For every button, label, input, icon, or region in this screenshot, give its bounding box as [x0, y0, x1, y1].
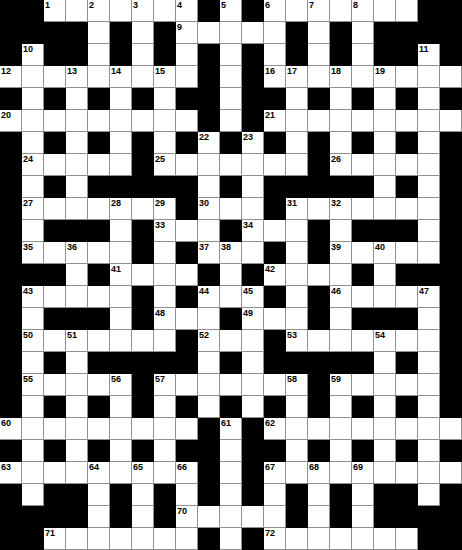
white-cell[interactable] [198, 154, 220, 176]
white-cell[interactable] [308, 264, 330, 286]
white-cell[interactable] [88, 330, 110, 352]
white-cell[interactable] [88, 66, 110, 88]
white-cell[interactable] [308, 330, 330, 352]
white-cell[interactable] [330, 440, 352, 462]
white-cell[interactable]: 66 [176, 462, 198, 484]
white-cell[interactable] [352, 66, 374, 88]
white-cell[interactable] [396, 110, 418, 132]
white-cell[interactable] [110, 396, 132, 418]
white-cell[interactable] [308, 418, 330, 440]
white-cell[interactable] [66, 528, 88, 550]
white-cell[interactable] [242, 374, 264, 396]
white-cell[interactable] [352, 528, 374, 550]
white-cell[interactable] [418, 462, 440, 484]
white-cell[interactable] [330, 132, 352, 154]
white-cell[interactable] [110, 440, 132, 462]
white-cell[interactable] [22, 110, 44, 132]
white-cell[interactable] [110, 528, 132, 550]
white-cell[interactable] [132, 418, 154, 440]
white-cell[interactable] [88, 506, 110, 528]
white-cell[interactable] [110, 286, 132, 308]
white-cell[interactable]: 13 [66, 66, 88, 88]
white-cell[interactable]: 22 [198, 132, 220, 154]
white-cell[interactable] [66, 374, 88, 396]
white-cell[interactable] [132, 198, 154, 220]
white-cell[interactable] [88, 286, 110, 308]
white-cell[interactable] [330, 0, 352, 22]
white-cell[interactable] [198, 220, 220, 242]
white-cell[interactable] [88, 22, 110, 44]
white-cell[interactable] [66, 264, 88, 286]
white-cell[interactable] [286, 264, 308, 286]
white-cell[interactable] [374, 154, 396, 176]
white-cell[interactable] [418, 66, 440, 88]
white-cell[interactable] [88, 110, 110, 132]
white-cell[interactable] [154, 440, 176, 462]
white-cell[interactable] [374, 286, 396, 308]
white-cell[interactable]: 18 [330, 66, 352, 88]
white-cell[interactable] [264, 374, 286, 396]
white-cell[interactable] [88, 154, 110, 176]
white-cell[interactable] [44, 66, 66, 88]
white-cell[interactable] [418, 220, 440, 242]
white-cell[interactable] [286, 396, 308, 418]
white-cell[interactable] [110, 220, 132, 242]
white-cell[interactable] [176, 110, 198, 132]
white-cell[interactable] [418, 374, 440, 396]
white-cell[interactable] [308, 66, 330, 88]
white-cell[interactable] [220, 88, 242, 110]
white-cell[interactable]: 72 [264, 528, 286, 550]
white-cell[interactable] [198, 22, 220, 44]
white-cell[interactable] [374, 198, 396, 220]
white-cell[interactable] [264, 44, 286, 66]
white-cell[interactable] [220, 66, 242, 88]
white-cell[interactable] [374, 176, 396, 198]
white-cell[interactable] [286, 0, 308, 22]
white-cell[interactable] [66, 286, 88, 308]
white-cell[interactable]: 3 [132, 0, 154, 22]
white-cell[interactable] [110, 0, 132, 22]
white-cell[interactable] [22, 440, 44, 462]
white-cell[interactable]: 51 [66, 330, 88, 352]
white-cell[interactable]: 67 [264, 462, 286, 484]
white-cell[interactable] [220, 330, 242, 352]
white-cell[interactable] [22, 308, 44, 330]
white-cell[interactable] [176, 154, 198, 176]
white-cell[interactable] [198, 396, 220, 418]
white-cell[interactable] [396, 0, 418, 22]
white-cell[interactable] [418, 330, 440, 352]
white-cell[interactable] [44, 286, 66, 308]
white-cell[interactable] [88, 44, 110, 66]
white-cell[interactable] [286, 220, 308, 242]
white-cell[interactable] [66, 440, 88, 462]
white-cell[interactable] [374, 264, 396, 286]
white-cell[interactable] [66, 154, 88, 176]
white-cell[interactable] [352, 286, 374, 308]
white-cell[interactable]: 31 [286, 198, 308, 220]
white-cell[interactable]: 19 [374, 66, 396, 88]
white-cell[interactable] [396, 198, 418, 220]
white-cell[interactable]: 26 [330, 154, 352, 176]
white-cell[interactable] [66, 352, 88, 374]
white-cell[interactable] [110, 418, 132, 440]
white-cell[interactable]: 44 [198, 286, 220, 308]
white-cell[interactable] [198, 308, 220, 330]
white-cell[interactable]: 1 [44, 0, 66, 22]
white-cell[interactable]: 56 [110, 374, 132, 396]
white-cell[interactable] [242, 22, 264, 44]
white-cell[interactable] [286, 286, 308, 308]
white-cell[interactable]: 27 [22, 198, 44, 220]
white-cell[interactable] [66, 198, 88, 220]
white-cell[interactable] [440, 418, 462, 440]
white-cell[interactable]: 57 [154, 374, 176, 396]
white-cell[interactable] [286, 242, 308, 264]
white-cell[interactable] [110, 330, 132, 352]
white-cell[interactable] [396, 154, 418, 176]
white-cell[interactable] [220, 264, 242, 286]
white-cell[interactable] [198, 176, 220, 198]
white-cell[interactable]: 58 [286, 374, 308, 396]
white-cell[interactable] [418, 308, 440, 330]
white-cell[interactable] [176, 418, 198, 440]
white-cell[interactable] [330, 220, 352, 242]
white-cell[interactable]: 34 [242, 220, 264, 242]
white-cell[interactable] [352, 44, 374, 66]
white-cell[interactable] [110, 242, 132, 264]
white-cell[interactable] [66, 0, 88, 22]
white-cell[interactable] [154, 110, 176, 132]
white-cell[interactable] [352, 506, 374, 528]
white-cell[interactable]: 20 [0, 110, 22, 132]
white-cell[interactable]: 53 [286, 330, 308, 352]
white-cell[interactable] [374, 396, 396, 418]
white-cell[interactable] [176, 308, 198, 330]
white-cell[interactable] [66, 418, 88, 440]
white-cell[interactable] [352, 242, 374, 264]
white-cell[interactable] [330, 462, 352, 484]
white-cell[interactable] [308, 528, 330, 550]
white-cell[interactable] [220, 44, 242, 66]
white-cell[interactable] [176, 484, 198, 506]
white-cell[interactable]: 25 [154, 154, 176, 176]
white-cell[interactable] [110, 132, 132, 154]
white-cell[interactable] [242, 176, 264, 198]
white-cell[interactable] [88, 374, 110, 396]
white-cell[interactable] [352, 154, 374, 176]
white-cell[interactable] [330, 418, 352, 440]
white-cell[interactable] [66, 396, 88, 418]
white-cell[interactable] [220, 286, 242, 308]
white-cell[interactable] [154, 242, 176, 264]
white-cell[interactable] [374, 0, 396, 22]
white-cell[interactable] [88, 528, 110, 550]
white-cell[interactable] [154, 0, 176, 22]
white-cell[interactable] [88, 198, 110, 220]
white-cell[interactable]: 16 [264, 66, 286, 88]
white-cell[interactable] [154, 462, 176, 484]
white-cell[interactable] [374, 462, 396, 484]
white-cell[interactable] [132, 264, 154, 286]
white-cell[interactable] [44, 242, 66, 264]
white-cell[interactable]: 50 [22, 330, 44, 352]
white-cell[interactable] [220, 22, 242, 44]
white-cell[interactable] [154, 396, 176, 418]
white-cell[interactable]: 38 [220, 242, 242, 264]
white-cell[interactable] [198, 352, 220, 374]
white-cell[interactable] [418, 176, 440, 198]
white-cell[interactable] [396, 462, 418, 484]
white-cell[interactable]: 68 [308, 462, 330, 484]
white-cell[interactable] [352, 198, 374, 220]
white-cell[interactable] [330, 88, 352, 110]
white-cell[interactable]: 47 [418, 286, 440, 308]
white-cell[interactable]: 71 [44, 528, 66, 550]
white-cell[interactable] [308, 110, 330, 132]
white-cell[interactable] [330, 110, 352, 132]
white-cell[interactable] [440, 110, 462, 132]
white-cell[interactable] [308, 22, 330, 44]
white-cell[interactable]: 64 [88, 462, 110, 484]
white-cell[interactable] [418, 484, 440, 506]
white-cell[interactable] [110, 110, 132, 132]
white-cell[interactable] [440, 66, 462, 88]
white-cell[interactable]: 40 [374, 242, 396, 264]
white-cell[interactable]: 17 [286, 66, 308, 88]
white-cell[interactable]: 10 [22, 44, 44, 66]
white-cell[interactable] [242, 396, 264, 418]
white-cell[interactable] [88, 484, 110, 506]
white-cell[interactable] [396, 242, 418, 264]
white-cell[interactable] [132, 110, 154, 132]
white-cell[interactable]: 48 [154, 308, 176, 330]
white-cell[interactable]: 63 [0, 462, 22, 484]
white-cell[interactable] [418, 418, 440, 440]
white-cell[interactable]: 60 [0, 418, 22, 440]
white-cell[interactable]: 21 [264, 110, 286, 132]
white-cell[interactable] [308, 198, 330, 220]
white-cell[interactable]: 5 [220, 0, 242, 22]
white-cell[interactable] [374, 418, 396, 440]
white-cell[interactable] [154, 418, 176, 440]
white-cell[interactable] [396, 286, 418, 308]
white-cell[interactable]: 28 [110, 198, 132, 220]
white-cell[interactable] [418, 242, 440, 264]
white-cell[interactable]: 62 [264, 418, 286, 440]
white-cell[interactable]: 69 [352, 462, 374, 484]
white-cell[interactable] [110, 462, 132, 484]
white-cell[interactable] [44, 330, 66, 352]
white-cell[interactable] [264, 506, 286, 528]
white-cell[interactable] [220, 462, 242, 484]
white-cell[interactable]: 55 [22, 374, 44, 396]
white-cell[interactable] [66, 88, 88, 110]
white-cell[interactable] [418, 154, 440, 176]
white-cell[interactable] [264, 308, 286, 330]
white-cell[interactable] [286, 154, 308, 176]
white-cell[interactable] [176, 220, 198, 242]
white-cell[interactable] [286, 308, 308, 330]
white-cell[interactable] [220, 440, 242, 462]
white-cell[interactable] [286, 110, 308, 132]
white-cell[interactable] [418, 198, 440, 220]
white-cell[interactable]: 65 [132, 462, 154, 484]
white-cell[interactable]: 37 [198, 242, 220, 264]
white-cell[interactable] [154, 330, 176, 352]
white-cell[interactable] [132, 22, 154, 44]
white-cell[interactable] [220, 154, 242, 176]
white-cell[interactable] [22, 176, 44, 198]
white-cell[interactable] [330, 264, 352, 286]
white-cell[interactable]: 8 [352, 0, 374, 22]
white-cell[interactable] [154, 264, 176, 286]
white-cell[interactable] [220, 374, 242, 396]
white-cell[interactable]: 59 [330, 374, 352, 396]
white-cell[interactable] [440, 462, 462, 484]
white-cell[interactable] [352, 484, 374, 506]
white-cell[interactable] [330, 330, 352, 352]
white-cell[interactable] [242, 242, 264, 264]
white-cell[interactable] [220, 506, 242, 528]
white-cell[interactable] [418, 396, 440, 418]
white-cell[interactable]: 24 [22, 154, 44, 176]
white-cell[interactable] [330, 308, 352, 330]
white-cell[interactable] [198, 374, 220, 396]
white-cell[interactable] [220, 110, 242, 132]
white-cell[interactable] [264, 484, 286, 506]
white-cell[interactable] [66, 132, 88, 154]
white-cell[interactable] [418, 440, 440, 462]
white-cell[interactable]: 14 [110, 66, 132, 88]
white-cell[interactable] [22, 352, 44, 374]
white-cell[interactable] [396, 66, 418, 88]
white-cell[interactable] [110, 88, 132, 110]
white-cell[interactable] [264, 22, 286, 44]
white-cell[interactable]: 43 [22, 286, 44, 308]
white-cell[interactable]: 2 [88, 0, 110, 22]
white-cell[interactable]: 15 [154, 66, 176, 88]
white-cell[interactable] [374, 440, 396, 462]
white-cell[interactable]: 46 [330, 286, 352, 308]
white-cell[interactable]: 70 [176, 506, 198, 528]
white-cell[interactable] [286, 88, 308, 110]
white-cell[interactable]: 12 [0, 66, 22, 88]
white-cell[interactable] [22, 88, 44, 110]
white-cell[interactable] [44, 198, 66, 220]
white-cell[interactable]: 45 [242, 286, 264, 308]
white-cell[interactable] [22, 66, 44, 88]
white-cell[interactable] [22, 396, 44, 418]
white-cell[interactable] [374, 352, 396, 374]
white-cell[interactable] [22, 484, 44, 506]
white-cell[interactable] [352, 374, 374, 396]
white-cell[interactable] [418, 88, 440, 110]
white-cell[interactable] [242, 352, 264, 374]
white-cell[interactable] [176, 528, 198, 550]
white-cell[interactable]: 9 [176, 22, 198, 44]
white-cell[interactable] [44, 462, 66, 484]
white-cell[interactable] [22, 418, 44, 440]
white-cell[interactable] [154, 286, 176, 308]
white-cell[interactable] [132, 330, 154, 352]
white-cell[interactable]: 4 [176, 0, 198, 22]
white-cell[interactable] [396, 374, 418, 396]
white-cell[interactable] [286, 462, 308, 484]
white-cell[interactable] [242, 506, 264, 528]
white-cell[interactable]: 32 [330, 198, 352, 220]
white-cell[interactable] [374, 110, 396, 132]
white-cell[interactable] [396, 528, 418, 550]
white-cell[interactable] [132, 506, 154, 528]
white-cell[interactable] [110, 154, 132, 176]
white-cell[interactable] [176, 374, 198, 396]
white-cell[interactable] [286, 132, 308, 154]
white-cell[interactable] [220, 528, 242, 550]
white-cell[interactable] [418, 132, 440, 154]
white-cell[interactable] [132, 484, 154, 506]
white-cell[interactable]: 11 [418, 44, 440, 66]
white-cell[interactable] [308, 44, 330, 66]
white-cell[interactable] [132, 66, 154, 88]
white-cell[interactable] [352, 22, 374, 44]
white-cell[interactable] [66, 176, 88, 198]
white-cell[interactable]: 7 [308, 0, 330, 22]
white-cell[interactable]: 49 [242, 308, 264, 330]
white-cell[interactable] [374, 132, 396, 154]
white-cell[interactable] [176, 264, 198, 286]
white-cell[interactable] [154, 88, 176, 110]
white-cell[interactable] [242, 198, 264, 220]
white-cell[interactable]: 54 [374, 330, 396, 352]
white-cell[interactable] [44, 418, 66, 440]
white-cell[interactable] [66, 462, 88, 484]
white-cell[interactable] [264, 154, 286, 176]
white-cell[interactable] [352, 110, 374, 132]
white-cell[interactable] [418, 352, 440, 374]
white-cell[interactable]: 52 [198, 330, 220, 352]
white-cell[interactable] [220, 198, 242, 220]
white-cell[interactable] [22, 220, 44, 242]
white-cell[interactable] [286, 418, 308, 440]
white-cell[interactable] [66, 110, 88, 132]
white-cell[interactable] [88, 242, 110, 264]
white-cell[interactable]: 42 [264, 264, 286, 286]
white-cell[interactable] [132, 44, 154, 66]
white-cell[interactable] [44, 374, 66, 396]
white-cell[interactable]: 30 [198, 198, 220, 220]
white-cell[interactable] [374, 374, 396, 396]
white-cell[interactable] [176, 66, 198, 88]
white-cell[interactable] [132, 528, 154, 550]
white-cell[interactable] [154, 132, 176, 154]
white-cell[interactable] [176, 44, 198, 66]
white-cell[interactable] [418, 110, 440, 132]
white-cell[interactable] [374, 88, 396, 110]
white-cell[interactable] [220, 484, 242, 506]
white-cell[interactable]: 23 [242, 132, 264, 154]
white-cell[interactable] [22, 462, 44, 484]
white-cell[interactable] [44, 154, 66, 176]
white-cell[interactable] [44, 110, 66, 132]
white-cell[interactable] [308, 506, 330, 528]
white-cell[interactable] [330, 396, 352, 418]
white-cell[interactable]: 36 [66, 242, 88, 264]
white-cell[interactable] [242, 330, 264, 352]
white-cell[interactable] [110, 308, 132, 330]
white-cell[interactable] [308, 484, 330, 506]
